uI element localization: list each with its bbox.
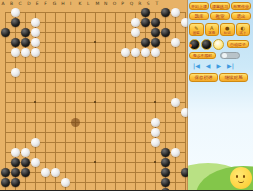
kifu-nav-row: |◀◀▶▶| <box>193 62 234 70</box>
stone-black <box>161 188 170 191</box>
stone-white <box>11 148 20 157</box>
stone-white <box>131 18 140 27</box>
stone-black <box>1 28 10 37</box>
stone-white <box>31 48 40 57</box>
stone-black <box>21 38 30 47</box>
column-label-B: B <box>10 1 13 7</box>
stone-white <box>41 168 50 177</box>
column-label-N: N <box>104 1 107 7</box>
start-class-button[interactable]: 开始上课 <box>189 2 209 10</box>
stone-white <box>121 48 130 57</box>
save-kifu-button[interactable]: 保存棋谱 <box>189 73 218 82</box>
hover-stone-shadow <box>71 118 80 127</box>
time-limit-label: 每步不限时 <box>189 52 216 59</box>
column-label-E: E <box>36 1 39 7</box>
stone-black <box>161 178 170 187</box>
auto-capture-button[interactable]: 自动提子 <box>227 40 249 48</box>
try-move-tool-button[interactable]: ◐试下 <box>236 23 251 36</box>
stone-white <box>131 28 140 37</box>
stone-black <box>141 18 150 27</box>
bottom-button-row: 保存棋谱继续对局 <box>189 73 248 82</box>
tool-button-row: ✎画笔A字母●标记◐试下 <box>189 23 250 36</box>
top-button-row: 开始上课课堂练习布置作业 <box>189 2 251 10</box>
stone-white <box>21 148 30 157</box>
stone-white <box>171 148 180 157</box>
stone-black <box>11 18 20 27</box>
problem-bank-button[interactable]: 题库 <box>189 12 209 20</box>
stone-black <box>11 158 20 167</box>
star-point <box>154 161 156 163</box>
stone-white <box>151 128 160 137</box>
stone-white <box>11 48 20 57</box>
stone-black <box>11 38 20 47</box>
brush-tool-button-label: 画笔 <box>193 31 200 35</box>
stone-black <box>161 168 170 177</box>
stone-white <box>11 68 20 77</box>
stone-white <box>31 28 40 37</box>
stone-white <box>141 48 150 57</box>
column-label-T: T <box>155 1 158 7</box>
stone-black <box>161 148 170 157</box>
sun-face-icon <box>230 167 252 189</box>
stone-white <box>151 48 160 57</box>
stone-black <box>11 178 20 187</box>
column-label-R: R <box>138 1 141 7</box>
column-label-P: P <box>121 1 124 7</box>
letter-tool-button[interactable]: A字母 <box>205 23 220 36</box>
star-point <box>154 101 156 103</box>
nav-button-row: 题库教室退出 <box>189 12 251 20</box>
stone-white <box>11 8 20 17</box>
class-exercise-button[interactable]: 课堂练习 <box>210 2 230 10</box>
column-label-S: S <box>147 1 150 7</box>
column-label-A: A <box>2 1 5 7</box>
goto-start-button[interactable]: |◀ <box>193 62 200 70</box>
star-point <box>34 101 36 103</box>
go-board[interactable]: ABCDEFGHIKLMNOPQRST <box>0 0 188 190</box>
column-label-K: K <box>78 1 81 7</box>
stone-black <box>151 28 160 37</box>
column-label-C: C <box>19 1 22 7</box>
stone-white <box>31 158 40 167</box>
stone-black <box>151 18 160 27</box>
white-stone-selector[interactable] <box>213 39 224 50</box>
star-point <box>94 161 96 163</box>
control-panel: 开始上课课堂练习布置作业 题库教室退出 ✎画笔A字母●标记◐试下 自动提子 每步… <box>188 0 253 190</box>
exit-button[interactable]: 退出 <box>231 12 251 20</box>
stone-white <box>171 38 180 47</box>
stone-white <box>171 98 180 107</box>
mark-tool-button[interactable]: ●标记 <box>220 23 235 36</box>
stone-white <box>171 8 180 17</box>
column-label-M: M <box>96 1 100 7</box>
stone-black <box>151 38 160 47</box>
stone-black <box>1 178 10 187</box>
mark-tool-button-label: 标记 <box>224 31 231 35</box>
prev-move-button[interactable]: ◀ <box>206 62 211 70</box>
black-stone-selector[interactable] <box>201 39 212 50</box>
stone-black <box>141 8 150 17</box>
hills-decoration <box>188 135 253 190</box>
star-point <box>94 101 96 103</box>
column-label-Q: Q <box>130 1 134 7</box>
stone-black <box>161 8 170 17</box>
classroom-button[interactable]: 教室 <box>210 12 230 20</box>
stone-white <box>31 18 40 27</box>
toggle-knob <box>222 53 227 58</box>
try-move-tool-button-label: 试下 <box>239 31 246 35</box>
column-label-I: I <box>70 1 71 7</box>
stone-black <box>21 158 30 167</box>
stone-black <box>161 28 170 37</box>
star-point <box>94 41 96 43</box>
stone-white <box>31 38 40 47</box>
column-label-O: O <box>113 1 117 7</box>
column-label-D: D <box>27 1 30 7</box>
stone-black <box>21 28 30 37</box>
time-limit-toggle[interactable] <box>220 52 240 59</box>
stone-white <box>131 48 140 57</box>
stone-white <box>151 118 160 127</box>
stone-white <box>21 48 30 57</box>
stone-black <box>141 38 150 47</box>
stone-white <box>31 138 40 147</box>
timer-row: 每步不限时 <box>189 52 240 59</box>
selected-indicator <box>189 44 192 47</box>
stone-selector-row: 自动提子 <box>189 39 249 50</box>
column-label-F: F <box>44 1 47 7</box>
stone-white <box>151 138 160 147</box>
letter-tool-button-label: 字母 <box>208 31 215 35</box>
column-label-H: H <box>61 1 64 7</box>
column-label-G: G <box>53 1 57 7</box>
assign-homework-button[interactable]: 布置作业 <box>231 2 251 10</box>
stone-black <box>1 168 10 177</box>
app-window: ABCDEFGHIKLMNOPQRST 开始上课课堂练习布置作业 题库教室退出 … <box>0 0 253 190</box>
next-move-button[interactable]: ▶ <box>216 62 221 70</box>
continue-game-button[interactable]: 继续对局 <box>219 73 248 82</box>
column-labels: ABCDEFGHIKLMNOPQRST <box>0 0 188 8</box>
stone-white <box>61 178 70 187</box>
stone-white <box>51 168 60 177</box>
stone-black <box>11 168 20 177</box>
stone-black <box>161 158 170 167</box>
goto-end-button[interactable]: ▶| <box>227 62 234 70</box>
brush-tool-button[interactable]: ✎画笔 <box>189 23 204 36</box>
alternate-stone-selector[interactable] <box>189 39 200 50</box>
column-label-L: L <box>87 1 90 7</box>
stone-black <box>21 168 30 177</box>
